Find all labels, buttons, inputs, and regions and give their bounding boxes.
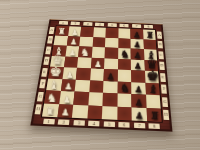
square-e4 [90,68,104,80]
file-label-c: C [158,51,164,59]
file-label-e: E [160,73,166,82]
rank-label-7: 7 [132,24,141,28]
piece-white-pawn: ♟ [65,48,79,57]
file-label-f: F [39,79,46,88]
file-label-e: E [41,68,48,77]
square-g8 [146,95,161,109]
square-g7: ♟ [131,94,146,108]
rank-label-6: 6 [120,24,129,28]
piece-white-rook: ♜ [55,26,68,35]
piece-black-pawn: ♟ [131,61,145,70]
square-g5 [102,93,117,106]
rank-label-6: 6 [119,122,130,128]
piece-white-knight: ♞ [44,91,59,103]
square-f4 [89,80,104,93]
square-e8: ♚ [144,71,158,83]
rank-label-5: 5 [107,23,116,27]
file-label-b: B [157,41,163,49]
piece-black-pawn: ♟ [131,51,144,60]
square-e7 [131,70,145,82]
piece-white-king: ♚ [48,64,62,78]
file-label-g: G [162,97,169,107]
square-h2: ♟ [57,104,73,118]
piece-black-pawn: ♟ [104,72,118,81]
square-c5 [104,47,117,58]
square-e2: ♟ [62,67,77,79]
rank-label-2: 2 [71,22,80,26]
board-frame: 12345678 12345678 ABCDEFGH ABCDEFGH ♜♟♟♜… [30,19,172,132]
piece-white-knight: ♞ [78,47,92,58]
square-f1: ♝ [46,78,62,91]
square-f7: ♟ [131,82,145,95]
square-h1: ♜ [42,103,59,117]
rank-label-1: 1 [58,21,68,25]
square-g3 [73,92,88,105]
square-g1: ♞ [44,90,60,103]
square-c4 [91,47,105,58]
square-a5 [105,28,118,38]
piece-white-pawn: ♟ [91,60,105,69]
square-f2: ♟ [60,79,75,92]
square-h7: ♟ [132,107,147,121]
piece-white-pawn: ♟ [61,82,76,92]
square-f5 [103,81,117,94]
piece-black-bishop: ♝ [145,83,160,95]
file-label-b: B [47,36,53,44]
rank-label-2: 2 [58,119,70,125]
piece-black-pawn: ♟ [130,31,143,39]
square-d7: ♟ [131,59,145,71]
piece-black-king: ♚ [145,68,159,82]
square-g4 [88,92,103,105]
piece-black-rook: ♜ [143,30,156,39]
rank-label-3: 3 [73,120,85,126]
square-e6 [117,70,131,82]
file-label-f: F [161,85,167,94]
file-label-h: H [163,110,170,120]
piece-white-bishop: ♝ [46,79,61,91]
file-label-a: A [49,27,55,34]
square-c7: ♟ [131,49,144,60]
square-d4: ♟ [91,57,105,69]
board-playing-area: ♜♟♟♜♟♟♝♟♞♞♟♝♛♟♟♛♚♟♟♚♝♟♞♟♝♞♟♟♜♟♟♜ [42,26,162,122]
piece-black-pawn: ♟ [132,111,147,121]
square-h8: ♜ [146,108,162,122]
square-a4 [93,27,106,37]
file-label-c: C [45,46,52,54]
square-e1: ♚ [48,67,63,79]
rank-label-7: 7 [134,122,145,128]
square-a2: ♟ [68,26,82,36]
square-h3 [72,104,88,118]
square-a6 [118,28,131,38]
square-f8: ♝ [145,82,160,95]
square-f6: ♞ [117,81,131,94]
square-a1: ♜ [55,26,69,36]
square-c6: ♞ [118,48,131,59]
square-e5: ♟ [103,69,117,81]
square-h6 [117,106,132,120]
rank-label-5: 5 [103,121,114,127]
file-label-a: A [157,31,163,38]
piece-white-pawn: ♟ [68,28,81,36]
square-d5 [104,58,118,70]
square-a8: ♜ [143,29,156,39]
square-d6 [117,59,130,71]
square-b4 [92,37,105,48]
piece-white-pawn: ♟ [57,107,72,117]
square-c3: ♞ [78,46,92,57]
piece-white-pawn: ♟ [66,38,79,47]
square-e3 [76,68,91,80]
square-b7: ♟ [131,38,144,49]
piece-black-pawn: ♟ [131,85,145,95]
piece-white-rook: ♜ [42,106,57,117]
rank-label-8: 8 [144,25,153,29]
square-d3 [77,57,91,69]
square-b5 [105,37,118,48]
piece-white-pawn: ♟ [59,94,74,104]
square-g2: ♟ [59,91,75,104]
file-label-g: G [37,92,44,102]
square-f3 [75,79,90,92]
square-a7: ♟ [130,29,143,39]
rank-label-3: 3 [83,22,92,26]
square-c2: ♟ [65,46,79,57]
piece-white-pawn: ♟ [62,70,76,79]
rank-label-8: 8 [149,123,160,129]
piece-black-knight: ♞ [117,82,132,94]
chess-board: 12345678 12345678 ABCDEFGH ABCDEFGH ♜♟♟♜… [30,19,172,132]
square-b2: ♟ [66,36,80,47]
rank-label-4: 4 [88,120,99,126]
square-h5 [102,106,117,120]
square-h4 [87,105,103,119]
square-g6 [117,93,132,106]
file-label-h: H [34,104,42,114]
rank-label-4: 4 [95,23,104,27]
file-label-d: D [159,62,165,70]
piece-black-knight: ♞ [118,48,132,59]
square-d2 [64,56,79,68]
table-surface: 12345678 12345678 ABCDEFGH ABCDEFGH ♜♟♟♜… [0,0,200,150]
piece-black-rook: ♜ [147,110,162,121]
piece-black-pawn: ♟ [131,97,146,107]
rank-label-1: 1 [43,118,55,124]
square-a3 [80,27,93,37]
